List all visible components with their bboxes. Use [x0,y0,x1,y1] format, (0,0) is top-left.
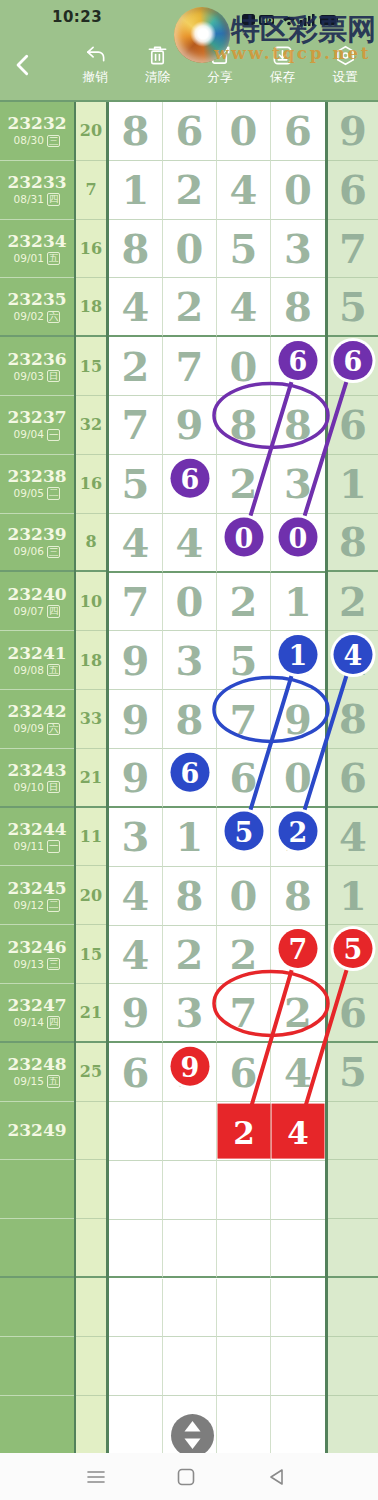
digit-cell[interactable]: 2 [271,808,325,867]
digit-cell[interactable]: 0 [163,573,217,632]
digit-cell[interactable]: 4 [109,278,163,337]
digit-grid: 8606124080534248270679885623440070219351… [109,102,325,1455]
status-time: 10:23 [52,8,102,26]
last-digit-cell[interactable]: 4 [328,631,378,690]
share-label: 分享 [208,70,233,84]
digit-cell[interactable] [109,1279,163,1338]
digit-cell[interactable]: 4 [271,1043,325,1102]
sum-cell: 21 [76,984,106,1043]
app-screen: 10:23 HD 特区彩票网 www.tqcp.net [0,0,378,1500]
sum-cell [76,1278,106,1337]
digit-cell[interactable]: 7 [217,984,271,1043]
digit-cell[interactable] [109,1220,163,1279]
sum-cell: 21 [76,749,106,808]
issue-cell: 2324409/11一 [0,808,74,867]
last-digit-cell[interactable] [328,1337,378,1396]
digit-cell[interactable]: 8 [163,867,217,926]
last-digit-cell[interactable] [328,1160,378,1219]
last-digit-cell[interactable]: 4 [328,808,378,867]
digit-cell[interactable]: 8 [163,690,217,749]
digit-cell[interactable]: 0 [163,220,217,279]
digit-cell[interactable]: 7 [109,573,163,632]
issue-cell: 2324709/14四 [0,984,74,1043]
issue-cell [0,1278,74,1337]
digit-cell[interactable]: 7 [109,396,163,455]
last-digit-cell[interactable]: 7 [328,220,378,279]
column-divider [106,102,109,1455]
digit-cell[interactable]: 1 [271,573,325,632]
digit-cell[interactable] [163,1102,217,1161]
digit-cell[interactable]: 3 [109,808,163,867]
digit-cell[interactable]: 0 [271,749,325,808]
digit-cell[interactable]: 6 [109,1043,163,1102]
android-nav-bar [0,1453,378,1500]
sum-cell: 8 [76,514,106,573]
digit-cell[interactable]: 5 [217,631,271,690]
digit-cell[interactable] [271,1161,325,1220]
digit-cell[interactable]: 3 [163,631,217,690]
digit-cell[interactable] [109,1337,163,1396]
digit-cell[interactable]: 5 [109,455,163,514]
sum-cell: 25 [76,1043,106,1102]
digit-cell[interactable] [217,1220,271,1279]
digit-cell[interactable]: 4 [109,514,163,573]
sum-cell [76,1396,106,1455]
last-digit-cell[interactable] [328,1102,378,1161]
undo-button[interactable]: 撤销 [66,40,124,98]
digit-cell[interactable] [271,1279,325,1338]
digit-cell[interactable]: 8 [271,867,325,926]
clear-button[interactable]: 清除 [129,40,187,98]
scroll-toggle-button[interactable] [171,1414,214,1457]
issue-cell [0,1219,74,1278]
sum-cell: 32 [76,396,106,455]
recents-button[interactable] [81,1462,111,1492]
issue-cell [0,1160,74,1219]
issue-cell: 2323208/30三 [0,102,74,161]
issue-cell: 2324609/13三 [0,925,74,984]
issue-cell: 2324109/08五 [0,631,74,690]
digit-cell[interactable] [163,1337,217,1396]
sum-cell: 11 [76,808,106,867]
issue-cell [0,1337,74,1396]
status-bar: 10:23 HD [0,0,378,32]
issue-cell: 2324809/15五 [0,1043,74,1102]
settings-label: 设置 [333,70,358,84]
last-digit-cell[interactable]: 1 [328,455,378,514]
digit-cell[interactable]: 2 [217,573,271,632]
issue-cell [0,1396,74,1455]
digit-cell[interactable] [217,1337,271,1396]
last-digit-cell[interactable]: 6 [328,337,378,396]
back-triangle-icon [262,1462,292,1492]
digit-cell[interactable]: 4 [217,278,271,337]
digit-cell[interactable]: 0 [271,514,325,573]
digit-cell[interactable]: 0 [217,867,271,926]
toolbar: 撤销 清除 分享 保存 [0,40,378,98]
up-down-arrows-icon [171,1414,214,1457]
issue-cell: 2323308/31四 [0,161,74,220]
settings-icon [334,44,357,67]
issue-cell: 2324209/09六 [0,690,74,749]
digit-cell[interactable]: 3 [271,220,325,279]
sum-cell: 15 [76,925,106,984]
digit-cell[interactable]: 0 [217,337,271,396]
last-digit-cell[interactable]: 8 [328,690,378,749]
last-digit-cell[interactable] [328,1396,378,1455]
digit-cell[interactable]: 9 [109,631,163,690]
digit-cell[interactable]: 6 [271,337,325,396]
digit-cell[interactable]: 8 [109,102,163,161]
digit-cell[interactable]: 9 [163,1043,217,1102]
digit-cell[interactable]: 4 [217,161,271,220]
digit-cell[interactable]: 9 [163,396,217,455]
sum-cell: 15 [76,337,106,396]
digit-cell[interactable]: 8 [271,396,325,455]
digit-cell[interactable] [163,1220,217,1279]
digit-cell[interactable]: 2 [217,455,271,514]
issue-cell: 2323609/03日 [0,337,74,396]
digit-cell[interactable]: 0 [217,514,271,573]
digit-cell[interactable]: 6 [217,749,271,808]
share-icon [209,44,232,67]
save-icon [271,44,294,67]
home-icon [171,1462,201,1492]
digit-cell[interactable]: 5 [217,220,271,279]
digit-cell[interactable]: 2 [109,337,163,396]
issue-cell: 2324509/12二 [0,866,74,925]
digit-cell[interactable]: 8 [217,396,271,455]
settings-button[interactable]: 设置 [316,40,374,98]
last-digit-cell[interactable]: 6 [328,749,378,808]
digit-cell[interactable]: 2 [163,161,217,220]
issue-cell: 2324309/10日 [0,749,74,808]
sum-cell: 16 [76,455,106,514]
digit-cell[interactable]: 6 [271,102,325,161]
issue-cell: 23249 [0,1102,74,1161]
column-divider [74,102,76,1455]
digit-cell[interactable] [271,1396,325,1455]
status-icons: HD [242,11,338,29]
wifi-icon [283,17,295,22]
undo-icon [84,44,107,67]
home-button[interactable] [171,1462,201,1492]
digit-cell[interactable]: 4 [163,514,217,573]
hd-badge-icon: HD [261,16,274,25]
digit-cell[interactable]: 7 [271,926,325,985]
sum-cell: 20 [76,866,106,925]
menu-icon [81,1462,111,1492]
digit-cell[interactable] [109,1102,163,1161]
sum-cell: 7 [76,161,106,220]
digit-cell[interactable]: 3 [163,984,217,1043]
sum-cell: 10 [76,572,106,631]
sum-cell: 33 [76,690,106,749]
trash-icon [146,44,169,67]
issue-cell: 2323909/06三 [0,514,74,573]
issue-cell: 2323509/02六 [0,278,74,337]
nav-back-button[interactable] [262,1462,292,1492]
digit-cell[interactable]: 6 [163,102,217,161]
digit-cell[interactable] [217,1396,271,1455]
last-digit-cell[interactable]: 5 [328,1043,378,1102]
digit-cell[interactable]: 9 [109,984,163,1043]
digit-cell[interactable]: 2 [217,926,271,985]
digit-cell[interactable]: 1 [163,808,217,867]
issue-cell: 2323409/01五 [0,220,74,279]
digit-cell[interactable]: 2 [163,926,217,985]
trend-chart: 2323208/30三2323308/31四2323409/01五2323509… [0,100,378,1455]
column-divider [325,102,328,1455]
sum-cell [76,1219,106,1278]
digit-cell[interactable] [109,1161,163,1220]
issue-cell: 2323709/04一 [0,396,74,455]
sum-cell: 18 [76,631,106,690]
digit-cell[interactable]: 6 [163,455,217,514]
last-digit-cell[interactable]: 5 [328,278,378,337]
digit-cell[interactable] [217,1279,271,1338]
digit-cell[interactable]: 2 [163,278,217,337]
last-digit-cell[interactable]: 8 [328,514,378,573]
digit-cell[interactable] [271,1337,325,1396]
digit-cell[interactable]: 8 [271,278,325,337]
digit-cell[interactable]: 9 [109,690,163,749]
undo-label: 撤销 [83,70,108,84]
digit-cell[interactable] [217,1102,271,1161]
digit-cell[interactable] [217,1161,271,1220]
digit-cell[interactable]: 7 [163,337,217,396]
back-button[interactable] [8,50,40,82]
digit-cell[interactable]: 4 [109,926,163,985]
chevron-left-icon [11,52,37,78]
digit-cell[interactable]: 8 [109,220,163,279]
digit-cell[interactable] [163,1279,217,1338]
digit-cell[interactable] [271,1220,325,1279]
digit-cell[interactable]: 6 [163,749,217,808]
last-digit-cell[interactable]: 6 [328,984,378,1043]
digit-cell[interactable]: 6 [217,1043,271,1102]
last-digit-cell[interactable]: 1 [328,866,378,925]
digit-cell[interactable]: 9 [271,690,325,749]
digit-cell[interactable]: 1 [271,631,325,690]
sum-cell: 18 [76,278,106,337]
last-digit-cell[interactable]: 6 [328,161,378,220]
digit-cell[interactable]: 9 [109,749,163,808]
digit-cell[interactable] [271,1102,325,1161]
share-button[interactable]: 分享 [191,40,249,98]
last-digit-cell[interactable] [328,1278,378,1337]
sum-cell: 16 [76,220,106,279]
issue-cell: 2324009/07四 [0,572,74,631]
digit-cell[interactable]: 1 [109,161,163,220]
sum-cell [76,1102,106,1161]
digit-cell[interactable]: 2 [271,984,325,1043]
last-digit-cell[interactable]: 9 [328,102,378,161]
sum-cell: 20 [76,102,106,161]
last-digit-cell[interactable] [328,1219,378,1278]
save-label: 保存 [270,70,295,84]
clear-label: 清除 [145,70,170,84]
digit-cell[interactable]: 0 [271,161,325,220]
last-digit-cell[interactable]: 5 [328,925,378,984]
sum-cell [76,1160,106,1219]
last-digit-cell[interactable]: 6 [328,396,378,455]
digit-cell[interactable]: 5 [217,808,271,867]
digit-cell[interactable]: 4 [109,867,163,926]
digit-cell[interactable]: 3 [271,455,325,514]
sum-cell [76,1337,106,1396]
issue-column: 2323208/30三2323308/31四2323409/01五2323509… [0,102,74,1455]
digit-cell[interactable] [163,1161,217,1220]
digit-cell[interactable]: 0 [217,102,271,161]
save-button[interactable]: 保存 [254,40,312,98]
digit-cell[interactable]: 7 [217,690,271,749]
issue-cell: 2323809/05二 [0,455,74,514]
last-digit-column: 96756618248641565 [328,102,378,1455]
digit-cell[interactable] [109,1396,163,1455]
last-digit-cell[interactable]: 2 [328,572,378,631]
battery-icon [320,15,336,25]
sum-column: 20716181532168101833211120152125 [76,102,106,1455]
